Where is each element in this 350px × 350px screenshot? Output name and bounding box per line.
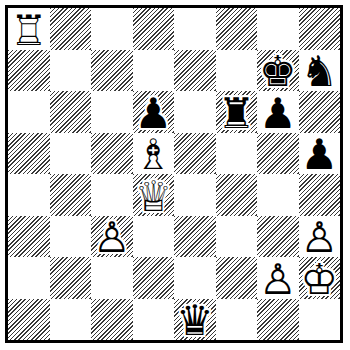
square-e2[interactable]: [174, 257, 216, 299]
square-c1[interactable]: [91, 299, 133, 341]
square-e1[interactable]: ♛♛: [174, 299, 216, 341]
square-b3[interactable]: [50, 216, 92, 258]
piece-white-pawn[interactable]: ♟♙: [91, 216, 133, 258]
square-h8[interactable]: [299, 8, 341, 50]
piece-white-rook[interactable]: ♜♖: [8, 8, 50, 50]
board-frame: ♜♖♚♚♞♞♟♟♜♜♟♟♝♗♟♟♛♕♟♙♟♙♟♙♚♔♛♛: [5, 5, 343, 343]
square-b6[interactable]: [50, 91, 92, 133]
square-e7[interactable]: [174, 50, 216, 92]
piece-black-king[interactable]: ♚♚: [257, 50, 299, 92]
square-e4[interactable]: [174, 174, 216, 216]
white-bishop-icon: ♗: [134, 134, 172, 176]
square-g7[interactable]: ♚♚: [257, 50, 299, 92]
square-h4[interactable]: [299, 174, 341, 216]
square-h6[interactable]: [299, 91, 341, 133]
square-d1[interactable]: [133, 299, 175, 341]
piece-black-knight[interactable]: ♞♞: [299, 50, 341, 92]
square-f3[interactable]: [216, 216, 258, 258]
square-g6[interactable]: ♟♟: [257, 91, 299, 133]
square-e6[interactable]: [174, 91, 216, 133]
square-a7[interactable]: [8, 50, 50, 92]
square-h5[interactable]: ♟♟: [299, 133, 341, 175]
square-d6[interactable]: ♟♟: [133, 91, 175, 133]
square-h3[interactable]: ♟♙: [299, 216, 341, 258]
square-b5[interactable]: [50, 133, 92, 175]
square-c3[interactable]: ♟♙: [91, 216, 133, 258]
square-d4[interactable]: ♛♕: [133, 174, 175, 216]
square-a6[interactable]: [8, 91, 50, 133]
square-a5[interactable]: [8, 133, 50, 175]
square-d3[interactable]: [133, 216, 175, 258]
square-b7[interactable]: [50, 50, 92, 92]
white-pawn-icon: ♙: [259, 258, 297, 300]
white-pawn-icon: ♙: [93, 217, 131, 259]
square-f4[interactable]: [216, 174, 258, 216]
square-h7[interactable]: ♞♞: [299, 50, 341, 92]
square-f8[interactable]: [216, 8, 258, 50]
square-f2[interactable]: [216, 257, 258, 299]
square-e5[interactable]: [174, 133, 216, 175]
square-g4[interactable]: [257, 174, 299, 216]
square-a2[interactable]: [8, 257, 50, 299]
square-b2[interactable]: [50, 257, 92, 299]
black-knight-icon: ♞: [300, 51, 338, 93]
black-pawn-icon: ♟: [134, 92, 172, 134]
chess-board: ♜♖♚♚♞♞♟♟♜♜♟♟♝♗♟♟♛♕♟♙♟♙♟♙♚♔♛♛: [8, 8, 340, 340]
square-d7[interactable]: [133, 50, 175, 92]
black-pawn-icon: ♟: [300, 134, 338, 176]
square-a4[interactable]: [8, 174, 50, 216]
square-c2[interactable]: [91, 257, 133, 299]
piece-white-pawn[interactable]: ♟♙: [257, 257, 299, 299]
square-e8[interactable]: [174, 8, 216, 50]
square-a3[interactable]: [8, 216, 50, 258]
piece-white-bishop[interactable]: ♝♗: [133, 133, 175, 175]
square-d2[interactable]: [133, 257, 175, 299]
black-rook-icon: ♜: [217, 92, 255, 134]
white-queen-icon: ♕: [134, 175, 172, 217]
piece-black-pawn[interactable]: ♟♟: [133, 91, 175, 133]
piece-black-pawn[interactable]: ♟♟: [299, 133, 341, 175]
piece-white-pawn[interactable]: ♟♙: [299, 216, 341, 258]
square-c8[interactable]: [91, 8, 133, 50]
black-king-icon: ♚: [259, 51, 297, 93]
piece-black-rook[interactable]: ♜♜: [216, 91, 258, 133]
square-h2[interactable]: ♚♔: [299, 257, 341, 299]
square-d5[interactable]: ♝♗: [133, 133, 175, 175]
square-c7[interactable]: [91, 50, 133, 92]
piece-black-queen[interactable]: ♛♛: [174, 299, 216, 341]
square-b4[interactable]: [50, 174, 92, 216]
square-g2[interactable]: ♟♙: [257, 257, 299, 299]
white-rook-icon: ♖: [10, 9, 48, 51]
square-b1[interactable]: [50, 299, 92, 341]
square-b8[interactable]: [50, 8, 92, 50]
black-queen-icon: ♛: [176, 300, 214, 342]
piece-white-queen[interactable]: ♛♕: [133, 174, 175, 216]
square-f6[interactable]: ♜♜: [216, 91, 258, 133]
square-a8[interactable]: ♜♖: [8, 8, 50, 50]
square-f7[interactable]: [216, 50, 258, 92]
square-e3[interactable]: [174, 216, 216, 258]
square-f5[interactable]: [216, 133, 258, 175]
square-g1[interactable]: [257, 299, 299, 341]
piece-black-pawn[interactable]: ♟♟: [257, 91, 299, 133]
square-c5[interactable]: [91, 133, 133, 175]
square-g3[interactable]: [257, 216, 299, 258]
square-h1[interactable]: [299, 299, 341, 341]
square-c6[interactable]: [91, 91, 133, 133]
white-pawn-icon: ♙: [300, 217, 338, 259]
square-g8[interactable]: [257, 8, 299, 50]
black-pawn-icon: ♟: [259, 92, 297, 134]
square-g5[interactable]: [257, 133, 299, 175]
square-d8[interactable]: [133, 8, 175, 50]
square-f1[interactable]: [216, 299, 258, 341]
square-c4[interactable]: [91, 174, 133, 216]
white-king-icon: ♔: [300, 258, 338, 300]
square-a1[interactable]: [8, 299, 50, 341]
piece-white-king[interactable]: ♚♔: [299, 257, 341, 299]
